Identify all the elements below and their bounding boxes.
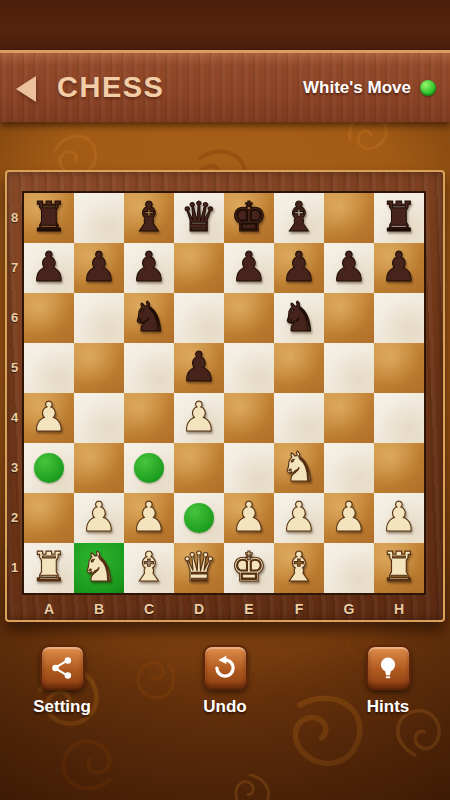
piece-white-knight: ♞ — [274, 443, 324, 492]
square-b7[interactable]: ♟ — [74, 243, 124, 293]
file-label-c: C — [124, 596, 174, 622]
square-d3[interactable] — [174, 443, 224, 493]
rank-label-1: 1 — [7, 543, 22, 593]
square-b6[interactable] — [74, 293, 124, 343]
piece-white-pawn: ♟ — [74, 493, 124, 542]
square-a7[interactable]: ♟ — [24, 243, 74, 293]
square-b4[interactable] — [74, 393, 124, 443]
file-label-f: F — [274, 596, 324, 622]
undo-label: Undo — [203, 697, 246, 717]
lightbulb-icon — [366, 645, 411, 690]
piece-white-pawn: ♟ — [124, 493, 174, 542]
piece-black-pawn: ♟ — [224, 243, 274, 292]
square-a6[interactable] — [24, 293, 74, 343]
square-g2[interactable]: ♟ — [324, 493, 374, 543]
square-h8[interactable]: ♜ — [374, 193, 424, 243]
square-d6[interactable] — [174, 293, 224, 343]
square-h5[interactable] — [374, 343, 424, 393]
rank-label-7: 7 — [7, 243, 22, 293]
piece-black-bishop: ♝ — [274, 193, 324, 242]
square-c1[interactable]: ♝ — [124, 543, 174, 593]
square-c8[interactable]: ♝ — [124, 193, 174, 243]
setting-label: Setting — [33, 697, 91, 717]
square-e3[interactable] — [224, 443, 274, 493]
square-f3[interactable]: ♞ — [274, 443, 324, 493]
square-h4[interactable] — [374, 393, 424, 443]
piece-white-pawn: ♟ — [174, 393, 224, 442]
square-a8[interactable]: ♜ — [24, 193, 74, 243]
square-g7[interactable]: ♟ — [324, 243, 374, 293]
file-label-b: B — [74, 596, 124, 622]
square-e6[interactable] — [224, 293, 274, 343]
header-bar: CHESS White's Move — [0, 50, 450, 122]
share-icon — [40, 645, 85, 690]
piece-black-pawn: ♟ — [124, 243, 174, 292]
back-button[interactable] — [16, 76, 42, 104]
square-h1[interactable]: ♜ — [374, 543, 424, 593]
square-e7[interactable]: ♟ — [224, 243, 274, 293]
setting-button[interactable]: Setting — [18, 645, 106, 717]
rank-label-4: 4 — [7, 393, 22, 443]
hints-label: Hints — [367, 697, 410, 717]
rank-label-2: 2 — [7, 493, 22, 543]
square-d8[interactable]: ♛ — [174, 193, 224, 243]
file-label-d: D — [174, 596, 224, 622]
piece-white-pawn: ♟ — [224, 493, 274, 542]
chess-board: 87654321 ♜♝♛♚♝♜♟♟♟♟♟♟♟♞♞♟♟♟♞♟♟♟♟♟♟♜♞♝♛♚♝… — [5, 170, 445, 622]
file-label-g: G — [324, 596, 374, 622]
square-g6[interactable] — [324, 293, 374, 343]
piece-white-pawn: ♟ — [274, 493, 324, 542]
square-g1[interactable] — [324, 543, 374, 593]
piece-white-pawn: ♟ — [374, 493, 424, 542]
file-label-a: A — [24, 596, 74, 622]
square-b5[interactable] — [74, 343, 124, 393]
square-f8[interactable]: ♝ — [274, 193, 324, 243]
rank-label-5: 5 — [7, 343, 22, 393]
square-e2[interactable]: ♟ — [224, 493, 274, 543]
square-f6[interactable]: ♞ — [274, 293, 324, 343]
square-h7[interactable]: ♟ — [374, 243, 424, 293]
square-c7[interactable]: ♟ — [124, 243, 174, 293]
move-hint-dot[interactable] — [134, 453, 164, 483]
board-squares: ♜♝♛♚♝♜♟♟♟♟♟♟♟♞♞♟♟♟♞♟♟♟♟♟♟♜♞♝♛♚♝♜ — [22, 191, 426, 595]
file-labels: ABCDEFGH — [24, 596, 424, 622]
square-f2[interactable]: ♟ — [274, 493, 324, 543]
piece-white-king: ♚ — [224, 543, 274, 592]
piece-white-pawn: ♟ — [24, 393, 74, 442]
piece-black-pawn: ♟ — [324, 243, 374, 292]
square-f4[interactable] — [274, 393, 324, 443]
piece-black-knight: ♞ — [124, 293, 174, 342]
square-b1[interactable]: ♞ — [74, 543, 124, 593]
square-b3[interactable] — [74, 443, 124, 493]
piece-white-bishop: ♝ — [274, 543, 324, 592]
rank-label-3: 3 — [7, 443, 22, 493]
square-b2[interactable]: ♟ — [74, 493, 124, 543]
square-c2[interactable]: ♟ — [124, 493, 174, 543]
undo-button[interactable]: Undo — [181, 645, 269, 717]
turn-indicator-dot — [420, 80, 436, 96]
turn-status: White's Move — [303, 53, 436, 122]
piece-white-knight: ♞ — [74, 543, 124, 592]
top-strip — [0, 0, 450, 50]
piece-black-rook: ♜ — [374, 193, 424, 242]
square-a5[interactable] — [24, 343, 74, 393]
piece-black-king: ♚ — [224, 193, 274, 242]
rank-labels: 87654321 — [7, 193, 22, 593]
bottom-toolbar: Setting Undo Hints — [0, 645, 450, 717]
square-c5[interactable] — [124, 343, 174, 393]
square-e1[interactable]: ♚ — [224, 543, 274, 593]
square-f5[interactable] — [274, 343, 324, 393]
square-g5[interactable] — [324, 343, 374, 393]
square-b8[interactable] — [74, 193, 124, 243]
page-title: CHESS — [57, 70, 164, 103]
square-a1[interactable]: ♜ — [24, 543, 74, 593]
rank-label-8: 8 — [7, 193, 22, 243]
square-d5[interactable]: ♟ — [174, 343, 224, 393]
piece-black-pawn: ♟ — [74, 243, 124, 292]
square-c6[interactable]: ♞ — [124, 293, 174, 343]
piece-black-bishop: ♝ — [124, 193, 174, 242]
square-g4[interactable] — [324, 393, 374, 443]
file-label-h: H — [374, 596, 424, 622]
square-g8[interactable] — [324, 193, 374, 243]
square-f1[interactable]: ♝ — [274, 543, 324, 593]
piece-black-pawn: ♟ — [374, 243, 424, 292]
move-hint-dot[interactable] — [184, 503, 214, 533]
piece-black-knight: ♞ — [274, 293, 324, 342]
piece-black-pawn: ♟ — [274, 243, 324, 292]
square-d1[interactable]: ♛ — [174, 543, 224, 593]
square-a2[interactable] — [24, 493, 74, 543]
undo-icon — [203, 645, 248, 690]
square-c3[interactable] — [124, 443, 174, 493]
piece-white-pawn: ♟ — [324, 493, 374, 542]
piece-black-pawn: ♟ — [24, 243, 74, 292]
square-a3[interactable] — [24, 443, 74, 493]
move-hint-dot[interactable] — [34, 453, 64, 483]
hints-button[interactable]: Hints — [344, 645, 432, 717]
square-h3[interactable] — [374, 443, 424, 493]
square-c4[interactable] — [124, 393, 174, 443]
piece-white-bishop: ♝ — [124, 543, 174, 592]
square-e4[interactable] — [224, 393, 274, 443]
square-h6[interactable] — [374, 293, 424, 343]
piece-white-rook: ♜ — [24, 543, 74, 592]
rank-label-6: 6 — [7, 293, 22, 343]
piece-white-rook: ♜ — [374, 543, 424, 592]
square-e8[interactable]: ♚ — [224, 193, 274, 243]
square-d7[interactable] — [174, 243, 224, 293]
square-e5[interactable] — [224, 343, 274, 393]
square-f7[interactable]: ♟ — [274, 243, 324, 293]
piece-black-rook: ♜ — [24, 193, 74, 242]
file-label-e: E — [224, 596, 274, 622]
turn-status-text: White's Move — [303, 78, 411, 98]
square-g3[interactable] — [324, 443, 374, 493]
square-d2[interactable] — [174, 493, 224, 543]
piece-white-queen: ♛ — [174, 543, 224, 592]
piece-black-pawn: ♟ — [174, 343, 224, 392]
back-arrow-icon — [16, 76, 36, 102]
square-h2[interactable]: ♟ — [374, 493, 424, 543]
chess-app-screen: CHESS White's Move 87654321 ♜♝♛♚♝♜♟♟♟♟♟♟… — [0, 0, 450, 800]
square-a4[interactable]: ♟ — [24, 393, 74, 443]
square-d4[interactable]: ♟ — [174, 393, 224, 443]
piece-black-queen: ♛ — [174, 193, 224, 242]
